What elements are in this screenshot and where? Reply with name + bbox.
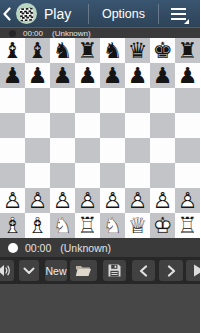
black-king: ♚ — [150, 38, 175, 63]
black-rook: ♜ — [175, 38, 200, 63]
square-b6[interactable] — [25, 88, 50, 113]
white-pawn-outline: ♙ — [50, 188, 75, 213]
square-c6[interactable] — [50, 88, 75, 113]
square-c7[interactable]: ♟ — [50, 63, 75, 88]
black-rook: ♜ — [75, 38, 100, 63]
white-queen: ♛ — [125, 213, 150, 238]
play-triangle-icon — [193, 264, 201, 277]
square-e1[interactable]: ♞♘ — [100, 213, 125, 238]
square-e6[interactable] — [100, 88, 125, 113]
square-e5[interactable] — [100, 113, 125, 138]
black-pawn: ♟ — [50, 63, 75, 88]
square-b8[interactable]: ♝ — [25, 38, 50, 63]
white-player-name: (Unknown) — [60, 242, 111, 254]
square-f3[interactable] — [125, 163, 150, 188]
square-c5[interactable] — [50, 113, 75, 138]
options-button[interactable]: Options — [89, 7, 158, 21]
speaker-icon — [0, 264, 11, 277]
square-h6[interactable] — [175, 88, 200, 113]
black-knight: ♞ — [100, 38, 125, 63]
white-pawn-outline: ♙ — [100, 188, 125, 213]
new-game-label: New — [45, 265, 66, 277]
white-queen-outline: ♕ — [125, 213, 150, 238]
black-pawn: ♟ — [0, 63, 25, 88]
chevron-left-icon — [139, 265, 148, 277]
white-pawn-outline: ♙ — [150, 188, 175, 213]
square-f5[interactable] — [125, 113, 150, 138]
square-c1[interactable]: ♞♘ — [50, 213, 75, 238]
collapse-toolbar-button[interactable] — [19, 260, 39, 281]
white-bishop-outline: ♗ — [25, 213, 50, 238]
black-clock: 00:00 — [23, 29, 43, 38]
square-g8[interactable]: ♚ — [150, 38, 175, 63]
square-h3[interactable] — [175, 163, 200, 188]
square-b2[interactable]: ♟♙ — [25, 188, 50, 213]
white-knight: ♞ — [100, 213, 125, 238]
square-c3[interactable] — [50, 163, 75, 188]
black-knight: ♞ — [50, 38, 75, 63]
square-c4[interactable] — [50, 138, 75, 163]
black-pawn: ♟ — [175, 63, 200, 88]
chess-app-screen: Play Options 00:00 (Unknown) ♝♝♞♜♞♛♚♜♟♟♟… — [0, 0, 200, 333]
new-game-button[interactable]: New — [45, 260, 67, 281]
square-g1[interactable]: ♚♔ — [150, 213, 175, 238]
chess-board: ♝♝♞♜♞♛♚♜♟♟♟♟♟♟♟♟♟♙♟♙♟♙♟♙♟♙♟♙♟♙♟♙♝♗♝♗♞♘♜♖… — [0, 38, 200, 238]
open-folder-icon — [75, 264, 92, 277]
square-f7[interactable]: ♟ — [125, 63, 150, 88]
open-game-button[interactable] — [70, 260, 97, 281]
white-rook-outline: ♖ — [75, 213, 100, 238]
white-player-dot — [8, 243, 18, 253]
empty-footer-area — [0, 284, 200, 333]
square-d5[interactable] — [75, 113, 100, 138]
square-b3[interactable] — [25, 163, 50, 188]
black-queen: ♛ — [125, 38, 150, 63]
square-d7[interactable]: ♟ — [75, 63, 100, 88]
black-pawn: ♟ — [150, 63, 175, 88]
white-bishop: ♝ — [0, 213, 25, 238]
white-pawn: ♟ — [50, 188, 75, 213]
play-button[interactable] — [186, 260, 200, 281]
white-pawn: ♟ — [75, 188, 100, 213]
square-f1[interactable]: ♛♕ — [125, 213, 150, 238]
divider — [158, 4, 159, 24]
square-d6[interactable] — [75, 88, 100, 113]
black-pawn: ♟ — [100, 63, 125, 88]
white-clock: 00:00 — [25, 242, 51, 254]
white-pawn: ♟ — [125, 188, 150, 213]
white-pawn: ♟ — [150, 188, 175, 213]
square-d1[interactable]: ♜♖ — [75, 213, 100, 238]
square-e3[interactable] — [100, 163, 125, 188]
white-pawn-outline: ♙ — [175, 188, 200, 213]
white-pawn: ♟ — [100, 188, 125, 213]
black-player-dot — [9, 30, 16, 37]
white-king: ♚ — [150, 213, 175, 238]
square-e2[interactable]: ♟♙ — [100, 188, 125, 213]
square-a1[interactable]: ♝♗ — [0, 213, 25, 238]
square-d2[interactable]: ♟♙ — [75, 188, 100, 213]
square-g6[interactable] — [150, 88, 175, 113]
black-pawn: ♟ — [25, 63, 50, 88]
square-f4[interactable] — [125, 138, 150, 163]
square-a5[interactable] — [0, 113, 25, 138]
square-h4[interactable] — [175, 138, 200, 163]
square-h1[interactable]: ♜♖ — [175, 213, 200, 238]
white-bishop-outline: ♗ — [0, 213, 25, 238]
white-rook: ♜ — [75, 213, 100, 238]
square-c2[interactable]: ♟♙ — [50, 188, 75, 213]
square-a8[interactable]: ♝ — [0, 38, 25, 63]
white-player-bar: 00:00 (Unknown) — [0, 238, 200, 257]
speaker-button[interactable] — [0, 260, 14, 281]
white-bishop: ♝ — [25, 213, 50, 238]
square-a4[interactable] — [0, 138, 25, 163]
white-knight-outline: ♘ — [50, 213, 75, 238]
page-title: Play — [44, 6, 71, 22]
white-rook-outline: ♖ — [175, 213, 200, 238]
square-a2[interactable]: ♟♙ — [0, 188, 25, 213]
black-pawn: ♟ — [125, 63, 150, 88]
back-chevron-icon[interactable] — [3, 7, 11, 21]
square-e4[interactable] — [100, 138, 125, 163]
square-d8[interactable]: ♜ — [75, 38, 100, 63]
square-h7[interactable]: ♟ — [175, 63, 200, 88]
square-h8[interactable]: ♜ — [175, 38, 200, 63]
square-g7[interactable]: ♟ — [150, 63, 175, 88]
black-bishop: ♝ — [25, 38, 50, 63]
white-pawn-outline: ♙ — [125, 188, 150, 213]
previous-move-button[interactable] — [132, 260, 155, 281]
floppy-save-icon — [108, 264, 121, 277]
white-pawn: ♟ — [25, 188, 50, 213]
square-e8[interactable]: ♞ — [100, 38, 125, 63]
black-player-name: (Unknown) — [52, 29, 91, 38]
chevron-right-icon — [167, 265, 176, 277]
square-b4[interactable] — [25, 138, 50, 163]
white-pawn-outline: ♙ — [0, 188, 25, 213]
save-game-button[interactable] — [103, 260, 126, 281]
square-g3[interactable] — [150, 163, 175, 188]
square-a7[interactable]: ♟ — [0, 63, 25, 88]
square-d4[interactable] — [75, 138, 100, 163]
white-knight-outline: ♘ — [100, 213, 125, 238]
chevron-down-icon — [23, 267, 35, 275]
black-player-bar: 00:00 (Unknown) — [0, 28, 200, 38]
white-pawn: ♟ — [175, 188, 200, 213]
square-h2[interactable]: ♟♙ — [175, 188, 200, 213]
bottom-toolbar: New — [0, 257, 200, 284]
square-f2[interactable]: ♟♙ — [125, 188, 150, 213]
chessboard-app-icon — [16, 3, 37, 24]
square-h5[interactable] — [175, 113, 200, 138]
square-e7[interactable]: ♟ — [100, 63, 125, 88]
checkerboard-pattern — [20, 8, 34, 22]
square-b7[interactable]: ♟ — [25, 63, 50, 88]
black-bishop: ♝ — [0, 38, 25, 63]
white-knight: ♞ — [50, 213, 75, 238]
square-a6[interactable] — [0, 88, 25, 113]
square-f6[interactable] — [125, 88, 150, 113]
square-g2[interactable]: ♟♙ — [150, 188, 175, 213]
menu-lines-icon[interactable] — [171, 8, 186, 20]
square-a3[interactable] — [0, 163, 25, 188]
square-b1[interactable]: ♝♗ — [25, 213, 50, 238]
white-rook: ♜ — [175, 213, 200, 238]
action-bar: Play Options — [0, 0, 200, 28]
white-pawn-outline: ♙ — [75, 188, 100, 213]
next-move-button[interactable] — [159, 260, 183, 281]
square-d3[interactable] — [75, 163, 100, 188]
square-g4[interactable] — [150, 138, 175, 163]
square-c8[interactable]: ♞ — [50, 38, 75, 63]
white-pawn-outline: ♙ — [25, 188, 50, 213]
square-g5[interactable] — [150, 113, 175, 138]
white-pawn: ♟ — [0, 188, 25, 213]
white-king-outline: ♔ — [150, 213, 175, 238]
square-f8[interactable]: ♛ — [125, 38, 150, 63]
black-pawn: ♟ — [75, 63, 100, 88]
square-b5[interactable] — [25, 113, 50, 138]
